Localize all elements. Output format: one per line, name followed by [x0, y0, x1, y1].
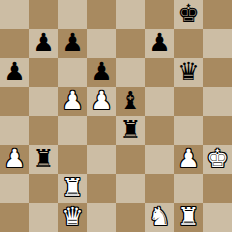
black-queen: ♛: [177, 59, 199, 84]
black-rook: ♜: [119, 117, 141, 142]
square-b6[interactable]: [29, 58, 58, 87]
square-b1[interactable]: [29, 203, 58, 232]
square-c3[interactable]: [58, 145, 87, 174]
square-h1[interactable]: [203, 203, 232, 232]
square-d5[interactable]: ♟: [87, 87, 116, 116]
square-e3[interactable]: [116, 145, 145, 174]
square-a6[interactable]: ♟: [0, 58, 29, 87]
black-king: ♚: [177, 1, 199, 26]
chess-board: ♚♟♟♟♟♟♛♟♟♝♜♟♜♟♚♜♛♞♜: [0, 0, 232, 232]
square-d8[interactable]: [87, 0, 116, 29]
square-g6[interactable]: ♛: [174, 58, 203, 87]
square-c7[interactable]: ♟: [58, 29, 87, 58]
square-h5[interactable]: [203, 87, 232, 116]
square-a8[interactable]: [0, 0, 29, 29]
square-g1[interactable]: ♜: [174, 203, 203, 232]
square-b2[interactable]: [29, 174, 58, 203]
square-c4[interactable]: [58, 116, 87, 145]
black-pawn: ♟: [3, 59, 25, 84]
square-h2[interactable]: [203, 174, 232, 203]
square-b7[interactable]: ♟: [29, 29, 58, 58]
square-g3[interactable]: ♟: [174, 145, 203, 174]
white-queen: ♛: [61, 204, 83, 229]
square-e8[interactable]: [116, 0, 145, 29]
square-h4[interactable]: [203, 116, 232, 145]
square-d7[interactable]: [87, 29, 116, 58]
square-c5[interactable]: ♟: [58, 87, 87, 116]
black-pawn: ♟: [61, 30, 83, 55]
square-d2[interactable]: [87, 174, 116, 203]
square-b5[interactable]: [29, 87, 58, 116]
square-b4[interactable]: [29, 116, 58, 145]
square-d4[interactable]: [87, 116, 116, 145]
square-h7[interactable]: [203, 29, 232, 58]
square-a7[interactable]: [0, 29, 29, 58]
white-knight: ♞: [148, 204, 170, 229]
square-c2[interactable]: ♜: [58, 174, 87, 203]
white-king: ♚: [206, 146, 228, 171]
square-d6[interactable]: ♟: [87, 58, 116, 87]
square-f5[interactable]: [145, 87, 174, 116]
square-c6[interactable]: [58, 58, 87, 87]
square-h6[interactable]: [203, 58, 232, 87]
white-pawn: ♟: [3, 146, 25, 171]
white-pawn: ♟: [61, 88, 83, 113]
square-a5[interactable]: [0, 87, 29, 116]
square-e2[interactable]: [116, 174, 145, 203]
square-e1[interactable]: [116, 203, 145, 232]
square-a3[interactable]: ♟: [0, 145, 29, 174]
square-c1[interactable]: ♛: [58, 203, 87, 232]
black-pawn: ♟: [148, 30, 170, 55]
square-e5[interactable]: ♝: [116, 87, 145, 116]
square-f7[interactable]: ♟: [145, 29, 174, 58]
square-g8[interactable]: ♚: [174, 0, 203, 29]
square-f4[interactable]: [145, 116, 174, 145]
square-b8[interactable]: [29, 0, 58, 29]
square-f8[interactable]: [145, 0, 174, 29]
square-e7[interactable]: [116, 29, 145, 58]
square-e4[interactable]: ♜: [116, 116, 145, 145]
square-b3[interactable]: ♜: [29, 145, 58, 174]
square-a2[interactable]: [0, 174, 29, 203]
square-g5[interactable]: [174, 87, 203, 116]
square-g4[interactable]: [174, 116, 203, 145]
black-pawn: ♟: [90, 59, 112, 84]
square-f6[interactable]: [145, 58, 174, 87]
square-h3[interactable]: ♚: [203, 145, 232, 174]
square-a1[interactable]: [0, 203, 29, 232]
black-bishop: ♝: [119, 88, 141, 113]
square-f3[interactable]: [145, 145, 174, 174]
square-f2[interactable]: [145, 174, 174, 203]
black-pawn: ♟: [32, 30, 54, 55]
square-e6[interactable]: [116, 58, 145, 87]
white-rook: ♜: [177, 204, 199, 229]
black-rook: ♜: [32, 146, 54, 171]
white-pawn: ♟: [90, 88, 112, 113]
square-g7[interactable]: [174, 29, 203, 58]
square-g2[interactable]: [174, 174, 203, 203]
white-rook: ♜: [61, 175, 83, 200]
square-d3[interactable]: [87, 145, 116, 174]
square-f1[interactable]: ♞: [145, 203, 174, 232]
square-d1[interactable]: [87, 203, 116, 232]
square-c8[interactable]: [58, 0, 87, 29]
square-a4[interactable]: [0, 116, 29, 145]
square-h8[interactable]: [203, 0, 232, 29]
white-pawn: ♟: [177, 146, 199, 171]
